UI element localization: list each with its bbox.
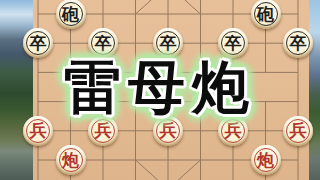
piece-glyph: 兵 (225, 122, 242, 139)
piece-glyph: 炮 (257, 151, 274, 168)
piece-glyph: 砲 (257, 5, 274, 22)
piece-red-cannon[interactable]: 炮 (56, 145, 86, 175)
piece-red-soldier[interactable]: 兵 (88, 116, 118, 146)
piece-glyph: 卒 (95, 34, 112, 51)
title-overlay: 雷母炮 (0, 55, 320, 119)
piece-black-cannon[interactable]: 砲 (56, 0, 86, 29)
piece-black-soldier[interactable]: 卒 (283, 28, 313, 58)
piece-glyph: 砲 (62, 5, 79, 22)
piece-glyph: 卒 (160, 34, 177, 51)
piece-glyph: 卒 (30, 34, 47, 51)
piece-red-soldier[interactable]: 兵 (153, 116, 183, 146)
piece-glyph: 兵 (30, 122, 47, 139)
xiangqi-thumbnail-screen: 砲砲卒卒卒卒卒兵兵兵兵兵炮炮 雷母炮 (0, 0, 320, 180)
piece-red-cannon[interactable]: 炮 (251, 145, 281, 175)
piece-glyph: 卒 (225, 34, 242, 51)
piece-red-soldier[interactable]: 兵 (23, 116, 53, 146)
piece-red-soldier[interactable]: 兵 (218, 116, 248, 146)
piece-red-soldier[interactable]: 兵 (283, 116, 313, 146)
piece-glyph: 兵 (290, 122, 307, 139)
piece-glyph: 炮 (62, 151, 79, 168)
piece-glyph: 兵 (95, 122, 112, 139)
piece-black-cannon[interactable]: 砲 (251, 0, 281, 29)
piece-glyph: 兵 (160, 122, 177, 139)
piece-black-soldier[interactable]: 卒 (23, 28, 53, 58)
piece-glyph: 卒 (290, 34, 307, 51)
